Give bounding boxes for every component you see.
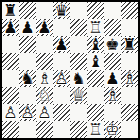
square-a2[interactable]: ♙ <box>2 104 19 121</box>
square-h5[interactable] <box>121 53 138 70</box>
square-b4[interactable]: ♞ <box>19 70 36 87</box>
square-h4[interactable]: ♗ <box>121 70 138 87</box>
piece-white-pawn[interactable]: ♙ <box>37 104 51 121</box>
piece-white-king[interactable]: ♔ <box>105 121 119 138</box>
square-f7[interactable]: ♖ <box>87 19 104 36</box>
square-h8[interactable] <box>121 2 138 19</box>
square-d2[interactable] <box>53 104 70 121</box>
piece-white-pawn[interactable]: ♙ <box>54 70 68 87</box>
square-b6[interactable] <box>19 36 36 53</box>
square-g2[interactable] <box>104 104 121 121</box>
square-a3[interactable] <box>2 87 19 104</box>
square-a1[interactable] <box>2 121 19 138</box>
piece-black-knight[interactable]: ♞ <box>71 70 85 87</box>
piece-white-knight[interactable]: ♘ <box>37 87 51 104</box>
square-c8[interactable] <box>36 2 53 19</box>
square-c6[interactable] <box>36 36 53 53</box>
square-g1[interactable]: ♔ <box>104 121 121 138</box>
chess-board: ♜♛♟♟♟♖♟♝♚♜♝♞♗♙♞♟♗♘♕♗♙♙♙♖♔ <box>0 0 140 140</box>
square-d4[interactable]: ♙ <box>53 70 70 87</box>
square-h2[interactable] <box>121 104 138 121</box>
piece-white-rook[interactable]: ♖ <box>88 19 102 36</box>
piece-white-pawn[interactable]: ♙ <box>3 104 17 121</box>
piece-black-pawn[interactable]: ♟ <box>37 19 51 36</box>
piece-white-pawn[interactable]: ♙ <box>20 104 34 121</box>
square-d5[interactable] <box>53 53 70 70</box>
square-d7[interactable] <box>53 19 70 36</box>
piece-black-knight[interactable]: ♞ <box>20 70 34 87</box>
piece-black-king[interactable]: ♚ <box>105 36 119 53</box>
piece-white-bishop[interactable]: ♗ <box>105 87 119 104</box>
piece-white-bishop[interactable]: ♗ <box>122 70 136 87</box>
piece-black-rook[interactable]: ♜ <box>122 36 136 53</box>
square-a5[interactable] <box>2 53 19 70</box>
piece-black-pawn[interactable]: ♟ <box>3 19 17 36</box>
square-c2[interactable]: ♙ <box>36 104 53 121</box>
square-e4[interactable]: ♞ <box>70 70 87 87</box>
piece-white-rook[interactable]: ♖ <box>88 121 102 138</box>
square-e6[interactable] <box>70 36 87 53</box>
square-a7[interactable]: ♟ <box>2 19 19 36</box>
square-b7[interactable]: ♟ <box>19 19 36 36</box>
square-f6[interactable]: ♝ <box>87 36 104 53</box>
square-f2[interactable] <box>87 104 104 121</box>
square-g7[interactable] <box>104 19 121 36</box>
square-h3[interactable] <box>121 87 138 104</box>
piece-black-bishop[interactable]: ♝ <box>88 53 102 70</box>
piece-black-rook[interactable]: ♜ <box>3 2 17 19</box>
square-e7[interactable] <box>70 19 87 36</box>
square-e3[interactable]: ♕ <box>70 87 87 104</box>
square-c3[interactable]: ♘ <box>36 87 53 104</box>
square-b3[interactable] <box>19 87 36 104</box>
square-h6[interactable]: ♜ <box>121 36 138 53</box>
square-c7[interactable]: ♟ <box>36 19 53 36</box>
square-e1[interactable] <box>70 121 87 138</box>
piece-white-bishop[interactable]: ♗ <box>37 70 51 87</box>
square-f1[interactable]: ♖ <box>87 121 104 138</box>
square-d6[interactable]: ♟ <box>53 36 70 53</box>
piece-black-queen[interactable]: ♛ <box>54 2 68 19</box>
square-h1[interactable] <box>121 121 138 138</box>
square-g3[interactable]: ♗ <box>104 87 121 104</box>
square-a4[interactable] <box>2 70 19 87</box>
square-g6[interactable]: ♚ <box>104 36 121 53</box>
piece-black-pawn[interactable]: ♟ <box>54 36 68 53</box>
square-a8[interactable]: ♜ <box>2 2 19 19</box>
piece-white-queen[interactable]: ♕ <box>71 87 85 104</box>
square-f4[interactable] <box>87 70 104 87</box>
square-d3[interactable] <box>53 87 70 104</box>
square-c1[interactable] <box>36 121 53 138</box>
piece-black-pawn[interactable]: ♟ <box>105 70 119 87</box>
square-e5[interactable] <box>70 53 87 70</box>
square-g5[interactable] <box>104 53 121 70</box>
piece-black-bishop[interactable]: ♝ <box>88 36 102 53</box>
square-e2[interactable] <box>70 104 87 121</box>
square-c5[interactable] <box>36 53 53 70</box>
square-d8[interactable]: ♛ <box>53 2 70 19</box>
square-d1[interactable] <box>53 121 70 138</box>
square-h7[interactable] <box>121 19 138 36</box>
square-f8[interactable] <box>87 2 104 19</box>
square-b5[interactable] <box>19 53 36 70</box>
square-e8[interactable] <box>70 2 87 19</box>
square-c4[interactable]: ♗ <box>36 70 53 87</box>
square-g4[interactable]: ♟ <box>104 70 121 87</box>
square-b2[interactable]: ♙ <box>19 104 36 121</box>
square-f5[interactable]: ♝ <box>87 53 104 70</box>
square-g8[interactable] <box>104 2 121 19</box>
piece-black-pawn[interactable]: ♟ <box>20 19 34 36</box>
square-b1[interactable] <box>19 121 36 138</box>
square-a6[interactable] <box>2 36 19 53</box>
square-b8[interactable] <box>19 2 36 19</box>
square-f3[interactable] <box>87 87 104 104</box>
